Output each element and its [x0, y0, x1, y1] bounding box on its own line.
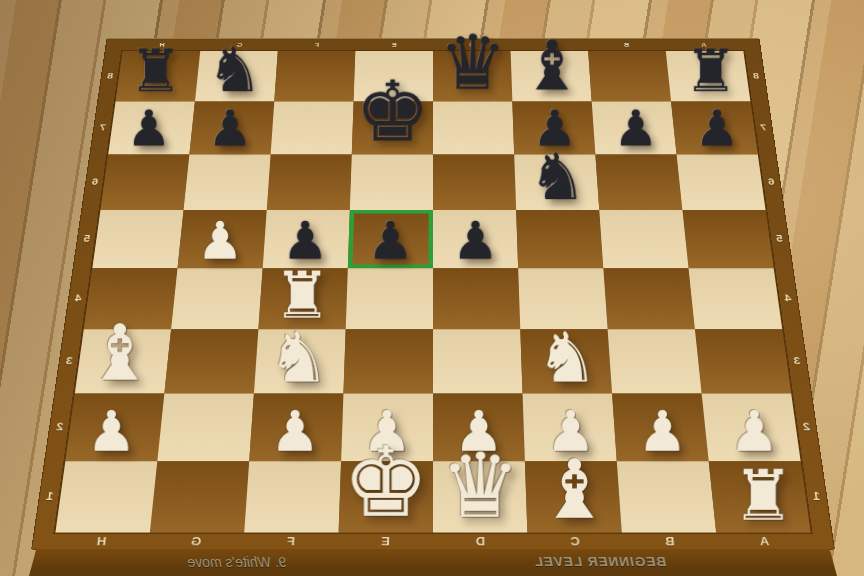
black-pawn-b7[interactable]: ♟: [595, 104, 676, 154]
square-f7[interactable]: [271, 102, 354, 155]
square-c5[interactable]: [516, 210, 603, 268]
square-e3[interactable]: [343, 329, 433, 393]
square-d7[interactable]: [433, 102, 514, 155]
board-frame: HGFEDCBA HGFEDCBA 87654321 87654321 ♜♞♛♝…: [31, 38, 835, 550]
square-c1[interactable]: ♝: [525, 461, 622, 532]
square-a2[interactable]: ♟: [702, 394, 801, 462]
square-b2[interactable]: ♟: [612, 394, 709, 462]
square-a7[interactable]: ♟: [671, 102, 758, 155]
square-f8[interactable]: [274, 51, 355, 102]
square-f1[interactable]: [244, 461, 341, 532]
file-label-bottom-b: B: [622, 532, 718, 550]
square-d8[interactable]: ♛: [433, 51, 512, 102]
square-h5[interactable]: [92, 210, 183, 268]
square-g4[interactable]: [171, 268, 263, 329]
white-pawn-h2[interactable]: ♟: [66, 403, 158, 459]
black-rook-a8[interactable]: ♜: [671, 42, 750, 100]
square-a5[interactable]: [682, 210, 773, 268]
square-e4[interactable]: [346, 268, 433, 329]
black-pawn-g7[interactable]: ♟: [190, 104, 271, 154]
board-side-panel: 9. White's move BEGINNER LEVEL: [29, 549, 837, 576]
square-c6[interactable]: ♞: [514, 155, 599, 210]
square-g6[interactable]: [184, 155, 271, 210]
file-label-top-e: E: [355, 39, 433, 51]
square-e5[interactable]: ♟: [348, 210, 433, 268]
square-d1[interactable]: ♛: [433, 461, 527, 532]
black-rook-h8[interactable]: ♜: [116, 42, 195, 100]
square-f2[interactable]: ♟: [249, 394, 343, 462]
square-g3[interactable]: [164, 329, 258, 393]
square-a3[interactable]: [695, 329, 791, 393]
black-knight-g8[interactable]: ♞: [195, 39, 274, 101]
square-a1[interactable]: ♜: [709, 461, 811, 532]
file-label-bottom-a: A: [716, 532, 813, 550]
black-pawn-a7[interactable]: ♟: [676, 104, 757, 154]
white-pawn-g5[interactable]: ♟: [178, 215, 263, 267]
square-a8[interactable]: ♜: [666, 51, 751, 102]
file-label-bottom-g: G: [148, 532, 244, 550]
square-b4[interactable]: [603, 268, 695, 329]
file-label-bottom-f: F: [243, 532, 339, 550]
black-pawn-d5[interactable]: ♟: [433, 215, 518, 267]
square-e1[interactable]: ♚: [339, 461, 433, 532]
square-g5[interactable]: ♟: [177, 210, 266, 268]
file-labels-bottom: HGFEDCBA: [53, 532, 813, 550]
chess-app-screen: { "game": "chess", "status": { "move_tex…: [0, 0, 864, 576]
white-pawn-f2[interactable]: ♟: [249, 403, 341, 459]
black-knight-c6[interactable]: ♞: [516, 144, 599, 209]
black-bishop-c8[interactable]: ♝: [512, 32, 591, 100]
square-a6[interactable]: [677, 155, 766, 210]
move-status-text: 9. White's move: [157, 554, 317, 570]
black-king-e7[interactable]: ♚: [352, 69, 433, 153]
square-h3[interactable]: ♝: [75, 329, 171, 393]
square-h8[interactable]: ♜: [116, 51, 201, 102]
square-g7[interactable]: ♟: [189, 102, 274, 155]
file-label-bottom-d: D: [433, 532, 528, 550]
square-c8[interactable]: ♝: [511, 51, 592, 102]
board-squares: ♜♞♛♝♜♟♟♚♟♟♟♞♟♟♟♟♜♝♞♞♟♟♟♟♟♟♟♚♛♝♜: [55, 51, 810, 533]
square-h2[interactable]: ♟: [65, 394, 164, 462]
square-g8[interactable]: ♞: [195, 51, 278, 102]
white-bishop-c1[interactable]: ♝: [527, 449, 621, 530]
square-b5[interactable]: [599, 210, 688, 268]
square-d5[interactable]: ♟: [433, 210, 518, 268]
black-queen-d8[interactable]: ♛: [433, 25, 512, 100]
file-label-bottom-h: H: [53, 532, 150, 550]
square-b3[interactable]: [608, 329, 702, 393]
black-pawn-e5[interactable]: ♟: [348, 215, 433, 267]
white-rook-a1[interactable]: ♜: [716, 461, 810, 531]
black-pawn-h7[interactable]: ♟: [108, 104, 189, 154]
square-d4[interactable]: [433, 268, 520, 329]
square-f6[interactable]: [267, 155, 352, 210]
white-pawn-a2[interactable]: ♟: [709, 403, 801, 459]
square-d6[interactable]: [433, 155, 516, 210]
square-g1[interactable]: [150, 461, 249, 532]
square-g2[interactable]: [157, 394, 254, 462]
square-h6[interactable]: [100, 155, 189, 210]
square-b1[interactable]: [617, 461, 716, 532]
file-label-bottom-c: C: [527, 532, 623, 550]
white-queen-d1[interactable]: ♛: [433, 441, 527, 530]
square-f3[interactable]: ♞: [254, 329, 346, 393]
square-b7[interactable]: ♟: [592, 102, 677, 155]
file-label-bottom-e: E: [338, 532, 433, 550]
file-label-top-f: F: [278, 39, 356, 51]
chess-board: HGFEDCBA HGFEDCBA 87654321 87654321 ♜♞♛♝…: [31, 38, 835, 550]
difficulty-level-label: BEGINNER LEVEL: [510, 554, 690, 569]
square-h1[interactable]: [55, 461, 157, 532]
square-e7[interactable]: ♚: [352, 102, 433, 155]
square-d3[interactable]: [433, 329, 523, 393]
white-pawn-b2[interactable]: ♟: [617, 403, 709, 459]
file-label-top-b: B: [587, 39, 665, 51]
white-knight-c3[interactable]: ♞: [522, 322, 611, 392]
white-knight-f3[interactable]: ♞: [254, 322, 343, 392]
square-c3[interactable]: ♞: [520, 329, 612, 393]
square-b8[interactable]: [588, 51, 671, 102]
white-king-e1[interactable]: ♚: [339, 433, 433, 530]
square-h7[interactable]: ♟: [108, 102, 195, 155]
square-e6[interactable]: [350, 155, 433, 210]
white-bishop-h3[interactable]: ♝: [75, 315, 164, 392]
square-a4[interactable]: [689, 268, 783, 329]
square-b6[interactable]: [595, 155, 682, 210]
